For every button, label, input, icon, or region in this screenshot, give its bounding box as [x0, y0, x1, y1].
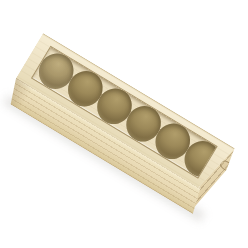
wooden-mancala-box: [2, 33, 237, 218]
product-photo-canvas: [0, 0, 248, 248]
